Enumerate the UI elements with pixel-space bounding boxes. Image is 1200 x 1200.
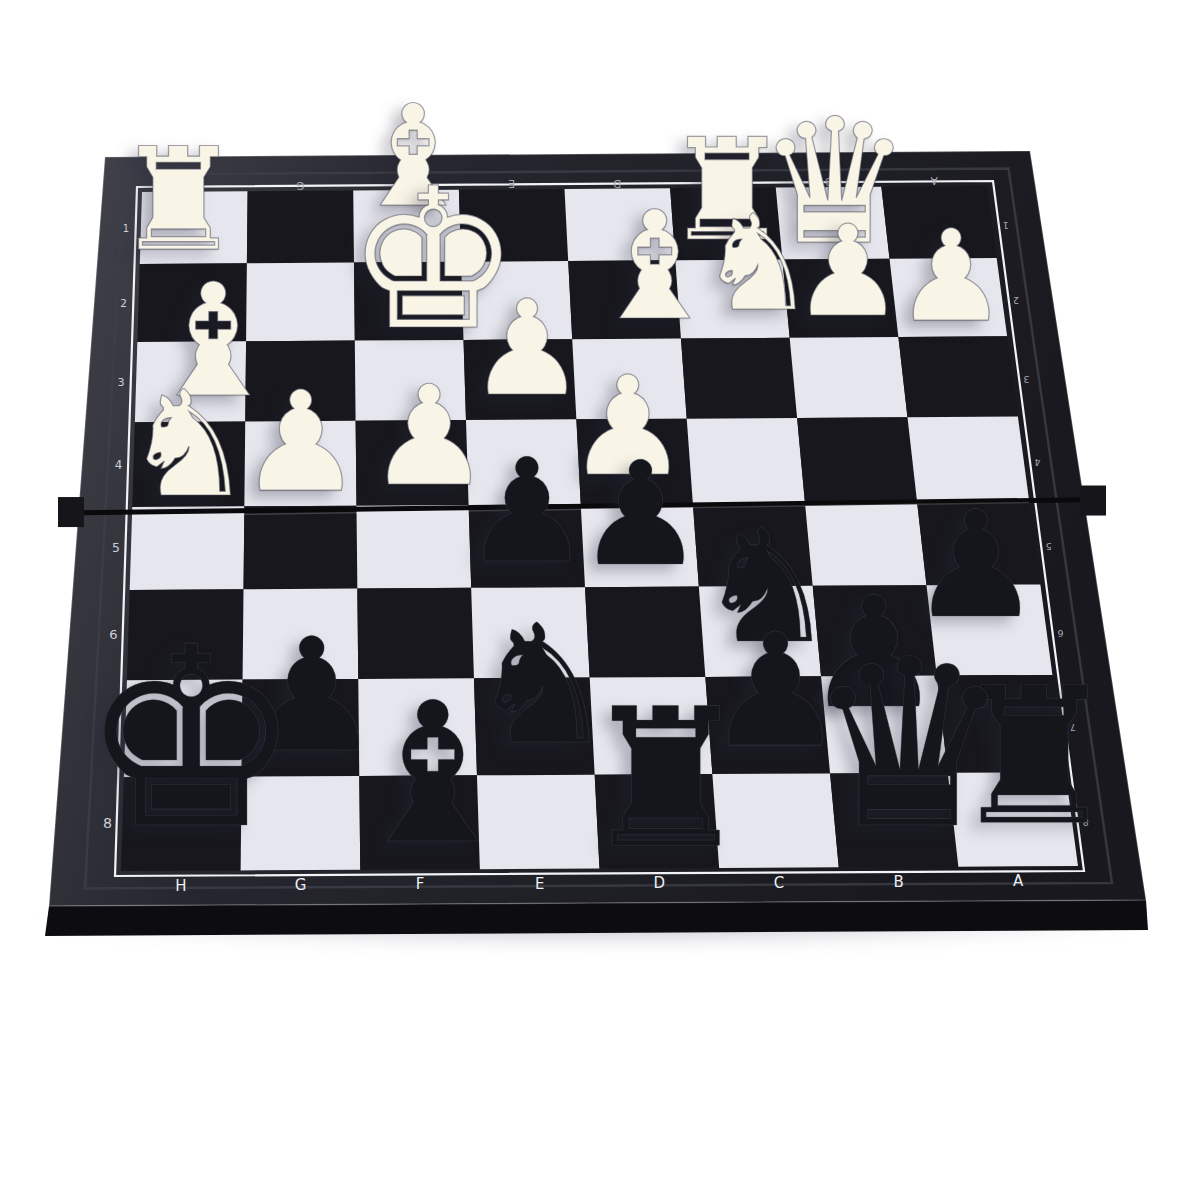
square-c6[interactable] (699, 586, 821, 677)
square-a7[interactable] (937, 675, 1066, 773)
chess-set-photo: HHGGFFEEDDCCBBAA1122334455667788 ♝♜♛♜♞♟♝… (0, 0, 1200, 1200)
square-f3[interactable] (355, 340, 466, 421)
rank-label-right-6: 6 (1057, 628, 1063, 639)
square-a3[interactable] (898, 336, 1017, 417)
square-d7[interactable] (590, 677, 713, 775)
square-c1[interactable] (670, 188, 782, 261)
file-label-bottom-B: B (893, 873, 903, 891)
rank-label-right-3: 3 (1023, 374, 1029, 385)
square-c7[interactable] (705, 676, 830, 774)
square-f4[interactable] (356, 420, 469, 506)
rank-label-right-1: 1 (1003, 220, 1009, 231)
chess-board: HHGGFFEEDDCCBBAA1122334455667788 (0, 0, 1200, 1200)
square-d3[interactable] (572, 338, 687, 419)
rank-label-left-5: 5 (112, 540, 120, 555)
square-g6[interactable] (243, 589, 359, 680)
square-e8[interactable] (477, 775, 600, 869)
square-e2[interactable] (461, 261, 572, 340)
file-label-bottom-C: C (774, 874, 784, 892)
file-label-bottom-G: G (295, 876, 307, 894)
hinge-tab-left-icon (58, 497, 84, 527)
square-h4[interactable] (132, 421, 245, 507)
square-c8[interactable] (712, 773, 838, 867)
square-g2[interactable] (246, 263, 355, 342)
square-d8[interactable] (595, 774, 719, 868)
rank-label-left-2: 2 (120, 297, 127, 309)
rank-label-left-7: 7 (106, 720, 115, 736)
square-f7[interactable] (358, 678, 477, 776)
square-f2[interactable] (354, 262, 464, 341)
file-label-top-F: F (403, 179, 409, 191)
square-g1[interactable] (247, 191, 354, 264)
rank-label-right-4: 4 (1035, 457, 1041, 468)
rank-label-left-8: 8 (103, 815, 112, 831)
square-g7[interactable] (242, 679, 360, 777)
square-d2[interactable] (568, 260, 681, 339)
square-d6[interactable] (585, 587, 705, 678)
square-a6[interactable] (926, 584, 1052, 675)
square-h7[interactable] (124, 680, 243, 778)
square-d1[interactable] (565, 188, 676, 261)
square-b7[interactable] (821, 676, 948, 774)
square-h6[interactable] (127, 589, 244, 680)
rank-label-right-8: 8 (1083, 817, 1089, 828)
file-label-bottom-A: A (1013, 872, 1024, 890)
square-h8[interactable] (121, 777, 242, 871)
file-label-bottom-H: H (175, 877, 186, 895)
square-a1[interactable] (881, 186, 996, 259)
square-b3[interactable] (790, 337, 908, 418)
file-label-top-C: C (719, 177, 726, 189)
square-b2[interactable] (782, 259, 898, 338)
square-g4[interactable] (244, 421, 356, 507)
file-label-top-G: G (296, 180, 304, 192)
file-label-bottom-E: E (535, 875, 544, 893)
square-e6[interactable] (471, 587, 589, 678)
square-f6[interactable] (357, 588, 474, 679)
square-h2[interactable] (137, 263, 247, 342)
file-label-top-H: H (191, 181, 199, 193)
rank-label-right-7: 7 (1070, 722, 1076, 733)
square-b6[interactable] (813, 585, 937, 676)
square-a2[interactable] (890, 258, 1008, 337)
square-f1[interactable] (353, 190, 461, 263)
rank-label-left-3: 3 (118, 376, 125, 389)
square-e7[interactable] (474, 678, 595, 776)
rank-label-right-2: 2 (1013, 295, 1019, 306)
square-c2[interactable] (675, 260, 789, 339)
square-h3[interactable] (135, 341, 246, 422)
square-h1[interactable] (140, 191, 248, 264)
file-label-top-B: B (825, 176, 832, 188)
square-b8[interactable] (830, 773, 958, 867)
square-e3[interactable] (464, 339, 577, 420)
rank-label-right-5: 5 (1046, 541, 1052, 552)
file-label-top-D: D (613, 178, 621, 190)
square-e4[interactable] (466, 419, 581, 505)
file-label-bottom-D: D (654, 874, 666, 892)
file-label-top-A: A (930, 175, 938, 187)
file-label-top-E: E (508, 178, 515, 190)
square-g8[interactable] (241, 776, 361, 870)
hinge-tab-right-icon (1080, 486, 1106, 516)
square-e1[interactable] (459, 189, 568, 262)
file-label-bottom-F: F (416, 875, 425, 893)
rank-label-left-4: 4 (115, 458, 123, 472)
square-f8[interactable] (359, 775, 480, 869)
square-b1[interactable] (776, 187, 890, 260)
rank-label-left-6: 6 (109, 627, 117, 642)
rank-label-left-1: 1 (123, 223, 129, 234)
square-g3[interactable] (245, 341, 355, 422)
square-c3[interactable] (681, 338, 797, 419)
square-a8[interactable] (948, 772, 1078, 866)
